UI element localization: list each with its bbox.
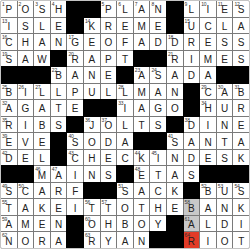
cell-letter: N (84, 166, 100, 182)
grid-cell[interactable]: E (101, 67, 117, 83)
cell-letter: A (134, 183, 150, 199)
grid-cell[interactable]: V (18, 133, 34, 149)
cell-letter: A (184, 133, 200, 149)
grid-cell[interactable]: 15U (184, 18, 200, 34)
grid-cell[interactable]: M (200, 51, 216, 67)
grid-cell[interactable]: T (150, 166, 166, 182)
grid-cell[interactable]: E (84, 34, 100, 50)
grid-cell[interactable]: N (84, 166, 100, 182)
grid-cell[interactable]: E (233, 117, 249, 133)
grid-cell[interactable]: 20R (67, 51, 83, 67)
cell-letter: D (184, 117, 200, 133)
grid-cell[interactable]: U (217, 100, 233, 116)
black-cell (150, 133, 166, 149)
grid-cell[interactable]: L (34, 18, 50, 34)
cell-letter: I (67, 199, 83, 215)
grid-cell[interactable]: R (51, 183, 67, 199)
grid-cell[interactable]: A (134, 34, 150, 50)
grid-cell[interactable]: L (217, 18, 233, 34)
cell-letter: A (217, 84, 233, 100)
grid-cell[interactable]: 18D (167, 34, 183, 50)
cell-letter: U (217, 100, 233, 116)
grid-cell[interactable]: E (167, 199, 183, 215)
grid-cell[interactable]: 57T (101, 199, 117, 215)
grid-cell[interactable]: 22B (51, 67, 67, 83)
grid-cell[interactable]: N (167, 150, 183, 166)
grid-cell[interactable]: E (200, 150, 216, 166)
grid-cell[interactable]: 50C (18, 183, 34, 199)
grid-cell[interactable]: 25B (1, 84, 17, 100)
grid-cell[interactable]: P (101, 51, 117, 67)
grid-cell[interactable]: F (67, 183, 83, 199)
cell-letter: T (101, 199, 117, 215)
grid-cell[interactable]: K (233, 150, 249, 166)
black-cell (1, 67, 17, 83)
grid-cell[interactable]: 35R (1, 117, 17, 133)
cell-letter: E (217, 51, 233, 67)
cell-letter: A (34, 34, 50, 50)
grid-cell[interactable]: E (51, 199, 67, 215)
grid-cell[interactable]: A (233, 18, 249, 34)
cell-letter: E (217, 1, 233, 17)
black-cell (18, 67, 34, 83)
grid-cell[interactable]: O (167, 100, 183, 116)
cell-letter: H (84, 150, 100, 166)
grid-cell[interactable]: 44K (134, 150, 150, 166)
grid-cell[interactable]: S (233, 34, 249, 50)
grid-cell[interactable]: H (18, 34, 34, 50)
grid-cell[interactable]: M (134, 84, 150, 100)
grid-cell[interactable]: H (101, 216, 117, 232)
black-cell (167, 1, 183, 17)
grid-cell[interactable]: L (200, 216, 216, 232)
grid-cell[interactable]: 16C (1, 34, 17, 50)
grid-cell[interactable]: E (101, 150, 117, 166)
grid-cell[interactable]: T (217, 133, 233, 149)
grid-cell[interactable]: 32A (1, 100, 17, 116)
cell-letter: A (200, 199, 216, 215)
cell-letter: E (18, 150, 34, 166)
grid-cell[interactable]: I (67, 166, 83, 182)
grid-cell[interactable]: N (200, 133, 216, 149)
black-cell (167, 232, 183, 248)
grid-cell[interactable]: R (101, 18, 117, 34)
grid-cell[interactable]: M (18, 216, 34, 232)
black-cell (233, 166, 249, 182)
grid-cell[interactable]: E (18, 150, 34, 166)
cell-letter: B (184, 199, 200, 215)
cell-letter: H (51, 1, 67, 17)
grid-cell[interactable]: E (117, 18, 133, 34)
grid-cell[interactable]: N (217, 199, 233, 215)
grid-cell[interactable]: L (34, 150, 50, 166)
grid-cell[interactable]: L (51, 84, 67, 100)
cell-letter: L (34, 84, 50, 100)
grid-cell[interactable]: T (51, 100, 67, 116)
grid-cell[interactable]: B (34, 117, 50, 133)
cell-letter: R (84, 232, 100, 248)
grid-cell[interactable]: N (134, 232, 150, 248)
black-cell (101, 100, 117, 116)
grid-cell[interactable]: 4H (51, 1, 67, 17)
cell-letter: J (84, 117, 100, 133)
black-cell (200, 166, 216, 182)
grid-cell[interactable]: E (200, 34, 216, 50)
cell-letter: M (18, 216, 34, 232)
grid-cell[interactable]: 36J (84, 117, 100, 133)
grid-cell[interactable]: A (184, 133, 200, 149)
cell-letter: I (184, 51, 200, 67)
grid-cell[interactable]: A (34, 34, 50, 50)
grid-cell[interactable]: A (200, 67, 216, 83)
grid-cell[interactable]: T (117, 51, 133, 67)
cell-letter: A (18, 199, 34, 215)
grid-cell[interactable]: O (117, 199, 133, 215)
cell-letter: V (18, 133, 34, 149)
highlighted-word-cell[interactable]: 61A (184, 216, 200, 232)
grid-cell[interactable]: B (117, 216, 133, 232)
grid-cell[interactable]: 49S (1, 183, 17, 199)
cell-letter: S (233, 183, 249, 199)
grid-cell[interactable]: A (200, 199, 216, 215)
cell-letter: K (134, 150, 150, 166)
grid-cell[interactable]: 30A (217, 84, 233, 100)
grid-cell[interactable]: 28L (117, 84, 133, 100)
grid-cell[interactable]: 5P (101, 1, 117, 17)
grid-cell[interactable]: C (117, 150, 133, 166)
grid-cell[interactable]: A (233, 133, 249, 149)
grid-cell[interactable]: K (34, 199, 50, 215)
cell-letter: A (51, 232, 67, 248)
grid-cell[interactable]: 55T (1, 199, 17, 215)
grid-cell[interactable]: 41S (167, 133, 183, 149)
grid-cell[interactable]: 8N (150, 1, 166, 17)
black-cell (34, 67, 50, 83)
grid-cell[interactable]: A (134, 100, 150, 116)
black-cell (51, 150, 67, 166)
cell-letter: E (34, 133, 50, 149)
cell-letter: A (200, 67, 216, 83)
cell-letter: D (167, 34, 183, 50)
grid-cell[interactable]: 42D (1, 150, 17, 166)
cell-letter: A (233, 133, 249, 149)
grid-cell[interactable]: O (134, 216, 150, 232)
cell-letter: E (167, 199, 183, 215)
cell-letter: B (200, 183, 216, 199)
cell-letter: U (217, 183, 233, 199)
cell-letter: R (101, 18, 117, 34)
grid-cell[interactable]: 33I (117, 100, 133, 116)
grid-cell[interactable]: H (84, 150, 100, 166)
grid-cell[interactable]: 3S (34, 1, 50, 17)
grid-cell[interactable]: 43C (67, 150, 83, 166)
cell-letter: L (217, 18, 233, 34)
grid-cell[interactable]: A (167, 67, 183, 83)
grid-cell[interactable]: 12S (233, 1, 249, 17)
cell-letter: S (217, 150, 233, 166)
grid-cell[interactable]: A (134, 183, 150, 199)
grid-cell[interactable]: 59A (1, 216, 17, 232)
cell-letter: L (117, 1, 133, 17)
cell-letter: N (167, 84, 183, 100)
grid-cell[interactable]: N (167, 84, 183, 100)
grid-cell[interactable]: 37O (101, 117, 117, 133)
cell-letter: A (134, 34, 150, 50)
grid-cell[interactable]: S (150, 117, 166, 133)
grid-cell[interactable]: 31B (233, 84, 249, 100)
grid-cell[interactable]: 53U (217, 183, 233, 199)
black-cell (84, 183, 100, 199)
cell-letter: L (184, 1, 200, 17)
grid-cell[interactable]: D (184, 150, 200, 166)
cell-letter: E (1, 133, 17, 149)
grid-cell[interactable]: 34H (200, 100, 216, 116)
cell-letter: H (18, 34, 34, 50)
cell-letter: O (217, 232, 233, 248)
cell-letter: N (200, 133, 216, 149)
grid-cell[interactable]: 63R (84, 232, 100, 248)
grid-cell[interactable]: 11E (217, 1, 233, 17)
grid-cell[interactable]: 19S (1, 51, 17, 67)
grid-cell[interactable]: 14K (84, 18, 100, 34)
grid-cell[interactable]: Y (101, 232, 117, 248)
cell-letter: N (1, 232, 17, 248)
grid-cell[interactable]: R (184, 34, 200, 50)
grid-cell[interactable]: 51S (117, 183, 133, 199)
grid-cell[interactable]: 7A (134, 1, 150, 17)
grid-cell[interactable]: I (18, 117, 34, 133)
cell-letter: A (67, 67, 83, 83)
grid-cell[interactable]: 23A (134, 67, 150, 83)
grid-cell[interactable]: S (217, 34, 233, 50)
grid-cell[interactable]: E (217, 51, 233, 67)
cell-letter: I (117, 100, 133, 116)
grid-cell[interactable]: A (117, 133, 133, 149)
cell-letter: A (150, 84, 166, 100)
grid-cell[interactable]: 60O (84, 216, 100, 232)
grid-cell[interactable]: 6L (117, 1, 133, 17)
grid-cell[interactable]: E (150, 18, 166, 34)
black-cell (67, 232, 83, 248)
grid-cell[interactable]: T (233, 232, 249, 248)
grid-cell[interactable]: 40S (67, 133, 83, 149)
grid-cell[interactable]: 9L (184, 1, 200, 17)
grid-cell[interactable]: A (117, 232, 133, 248)
grid-cell[interactable]: N (84, 67, 100, 83)
black-cell (167, 18, 183, 34)
cell-letter: O (117, 199, 133, 215)
cell-letter: D (1, 150, 17, 166)
grid-cell[interactable]: D (217, 216, 233, 232)
cell-letter: Y (150, 216, 166, 232)
grid-cell[interactable]: 1P (1, 1, 17, 17)
black-cell (167, 117, 183, 133)
cell-letter: E (101, 67, 117, 83)
cell-letter: E (67, 100, 83, 116)
cell-letter: T (134, 199, 150, 215)
black-cell (67, 1, 83, 17)
grid-cell[interactable]: E (34, 216, 50, 232)
cell-letter: O (101, 34, 117, 50)
grid-cell[interactable]: S (217, 150, 233, 166)
grid-cell[interactable]: E (67, 100, 83, 116)
cell-letter: A (184, 216, 200, 232)
grid-cell[interactable]: 56T (84, 199, 100, 215)
grid-cell[interactable]: D (150, 34, 166, 50)
cell-letter: H (101, 216, 117, 232)
grid-cell[interactable]: C (150, 183, 166, 199)
cell-letter: R (184, 34, 200, 50)
cell-letter: E (34, 216, 50, 232)
grid-cell[interactable]: 39E (1, 133, 17, 149)
black-cell (150, 51, 166, 67)
grid-cell[interactable]: 24S (150, 67, 166, 83)
grid-cell[interactable]: L (101, 84, 117, 100)
grid-cell[interactable]: E (34, 133, 50, 149)
cell-letter: N (217, 199, 233, 215)
black-cell (217, 67, 233, 83)
cell-letter: T (51, 100, 67, 116)
grid-cell[interactable]: O (101, 34, 117, 50)
cell-letter: D (101, 133, 117, 149)
grid-cell[interactable]: A (67, 67, 83, 83)
cell-letter: A (134, 67, 150, 83)
grid-cell[interactable]: L (117, 117, 133, 133)
grid-cell[interactable]: F (117, 34, 133, 50)
grid-cell[interactable]: S (51, 117, 67, 133)
grid-cell[interactable]: C (200, 18, 216, 34)
grid-cell[interactable]: A (34, 183, 50, 199)
grid-cell[interactable]: 26I (18, 84, 34, 100)
grid-cell[interactable]: W (34, 51, 50, 67)
grid-cell[interactable]: 47A (51, 166, 67, 182)
grid-cell[interactable]: 27L (34, 84, 50, 100)
grid-cell[interactable]: I (200, 117, 216, 133)
black-cell (67, 216, 83, 232)
cell-letter: A (18, 51, 34, 67)
cell-letter: N (134, 232, 150, 248)
grid-cell[interactable]: P (67, 84, 83, 100)
cell-letter: R (184, 232, 200, 248)
cell-letter: S (1, 51, 17, 67)
grid-cell[interactable]: A (51, 232, 67, 248)
grid-cell[interactable]: R (34, 232, 50, 248)
grid-cell[interactable]: D (184, 67, 200, 83)
grid-cell[interactable]: O (84, 133, 100, 149)
grid-cell[interactable]: D (101, 133, 117, 149)
cell-letter: R (51, 183, 67, 199)
grid-cell[interactable]: G (150, 100, 166, 116)
grid-cell[interactable]: S (184, 166, 200, 182)
grid-cell[interactable]: T (134, 117, 150, 133)
grid-cell[interactable]: O (18, 232, 34, 248)
grid-cell[interactable]: I (184, 51, 200, 67)
grid-cell[interactable]: 52B (200, 183, 216, 199)
grid-cell[interactable]: 54S (233, 183, 249, 199)
grid-cell[interactable]: U (84, 84, 100, 100)
highlighted-word-cell[interactable]: 58B (184, 199, 200, 215)
grid-cell[interactable]: K (167, 183, 183, 199)
grid-cell[interactable]: 29C (200, 84, 216, 100)
grid-cell[interactable]: I (67, 199, 83, 215)
grid-cell[interactable]: 2O (18, 1, 34, 17)
grid-cell[interactable]: E (51, 18, 67, 34)
grid-cell[interactable]: 13I (1, 18, 17, 34)
grid-cell[interactable]: S (233, 51, 249, 67)
grid-cell[interactable]: T (134, 199, 150, 215)
grid-cell[interactable]: N (51, 34, 67, 50)
grid-cell[interactable]: H (150, 199, 166, 215)
black-cell (51, 51, 67, 67)
cell-letter: N (217, 117, 233, 133)
grid-cell[interactable]: S (101, 166, 117, 182)
cell-letter: S (167, 133, 183, 149)
grid-cell[interactable]: N (217, 117, 233, 133)
grid-cell[interactable]: 10I (200, 1, 216, 17)
cell-letter: S (18, 18, 34, 34)
cell-letter: O (18, 232, 34, 248)
grid-cell[interactable]: A (150, 84, 166, 100)
cell-letter: O (101, 117, 117, 133)
cell-letter: A (233, 18, 249, 34)
cell-letter: C (200, 18, 216, 34)
black-cell (1, 166, 17, 182)
cell-letter: N (51, 216, 67, 232)
grid-cell[interactable]: 45I (150, 150, 166, 166)
grid-cell[interactable]: R (233, 100, 249, 116)
cell-letter: U (184, 18, 200, 34)
cell-letter: C (1, 34, 17, 50)
cell-letter: N (167, 150, 183, 166)
grid-cell[interactable]: A (18, 199, 34, 215)
grid-cell[interactable]: 62N (1, 232, 17, 248)
grid-cell[interactable]: A (167, 166, 183, 182)
grid-cell[interactable]: 21R (167, 51, 183, 67)
grid-cell[interactable]: G (18, 100, 34, 116)
cell-letter: R (34, 232, 50, 248)
cell-letter: I (18, 117, 34, 133)
cell-letter: S (150, 117, 166, 133)
grid-cell[interactable]: I (233, 216, 249, 232)
grid-cell[interactable]: A (84, 51, 100, 67)
grid-cell[interactable]: A (34, 100, 50, 116)
grid-cell[interactable]: A (18, 51, 34, 67)
grid-cell[interactable]: M (134, 18, 150, 34)
grid-cell[interactable]: I (200, 232, 216, 248)
cell-letter: U (84, 84, 100, 100)
grid-cell[interactable]: Y (150, 216, 166, 232)
cell-letter: I (233, 216, 249, 232)
cell-letter: O (167, 100, 183, 116)
grid-cell[interactable]: 48E (134, 166, 150, 182)
cell-letter: F (117, 34, 133, 50)
cell-letter: I (200, 232, 216, 248)
grid-cell[interactable]: N (51, 216, 67, 232)
grid-cell[interactable]: 46M (34, 166, 50, 182)
grid-cell[interactable]: S (18, 18, 34, 34)
cell-letter: A (34, 100, 50, 116)
cell-letter: A (34, 183, 50, 199)
grid-cell[interactable]: O (217, 232, 233, 248)
grid-cell[interactable]: 38D (184, 117, 200, 133)
cell-letter: I (200, 1, 216, 17)
cell-letter: T (84, 199, 100, 215)
black-cell (167, 216, 183, 232)
grid-cell[interactable]: 17G (67, 34, 83, 50)
cell-letter: M (134, 84, 150, 100)
grid-cell[interactable]: K (233, 199, 249, 215)
cursor-cell[interactable]: 64R (184, 232, 200, 248)
